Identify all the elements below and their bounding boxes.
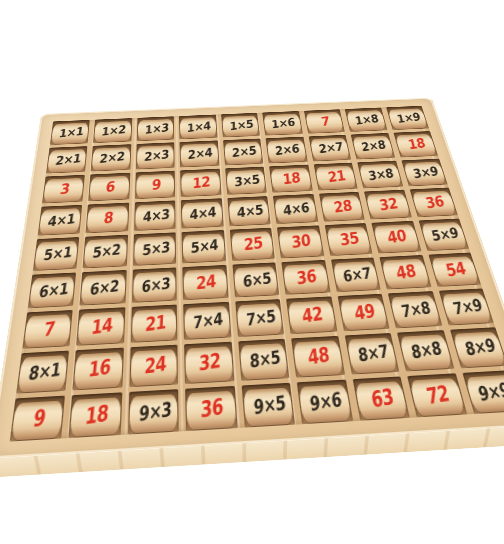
board-cell-r1c3: 1×3 (137, 116, 175, 141)
expression-label: 5×9 (421, 225, 466, 244)
board-cell-r6c5: 6×5 (232, 262, 279, 297)
roller-r1c7[interactable]: 7 (305, 112, 344, 133)
board-cell-r6c9: 54 (428, 252, 481, 287)
roller-r9c2[interactable]: 18 (70, 397, 121, 437)
board-cell-r9c4: 36 (185, 386, 237, 431)
roller-r1c3[interactable]: 1×3 (138, 119, 174, 141)
roller-r5c2[interactable]: 5×2 (84, 238, 127, 267)
expression-label: 2×6 (267, 142, 306, 158)
roller-r1c9[interactable]: 1×9 (387, 108, 428, 129)
board-rotation: 1×11×21×31×41×51×671×81×92×12×22×32×42×5… (0, 98, 504, 459)
roller-r7c4[interactable]: 7×4 (185, 306, 230, 339)
board-cell-r6c3: 6×3 (132, 267, 177, 303)
board-cell-r5c7: 35 (324, 223, 372, 255)
expression-label: 4×3 (134, 207, 175, 225)
roller-r8c3[interactable]: 24 (130, 349, 177, 386)
board-cell-r4c9: 36 (409, 188, 458, 218)
expression-label: 4×5 (228, 202, 270, 220)
result-label: 36 (412, 193, 456, 212)
expression-label: 4×1 (40, 211, 81, 230)
roller-r5c6[interactable]: 30 (279, 229, 323, 257)
roller-r7c7[interactable]: 49 (339, 298, 388, 331)
roller-r2c9[interactable]: 18 (395, 134, 437, 157)
expression-label: 3×8 (359, 166, 400, 183)
roller-r8c2[interactable]: 16 (74, 352, 122, 389)
board-cell-r7c7: 49 (337, 294, 389, 332)
roller-r5c7[interactable]: 35 (326, 227, 371, 255)
result-label: 28 (320, 197, 363, 216)
board-cell-r3c1: 3 (42, 175, 85, 204)
roller-r8c9[interactable]: 8×9 (452, 332, 504, 367)
board-cell-r1c2: 1×2 (93, 118, 132, 143)
result-label: 7 (25, 317, 71, 342)
result-label: 40 (373, 227, 418, 248)
expression-label: 1×3 (137, 122, 174, 137)
board-cell-r1c4: 1×4 (179, 115, 217, 140)
roller-r2c3[interactable]: 2×3 (137, 145, 174, 168)
expression-label: 6×1 (31, 280, 75, 302)
board-cell-r3c7: 21 (313, 162, 357, 190)
result-label: 6 (90, 178, 130, 197)
result-label: 54 (431, 259, 479, 281)
board-cell-r4c3: 4×3 (134, 200, 176, 231)
expression-label: 6×2 (82, 277, 126, 298)
result-label: 36 (283, 266, 329, 289)
board-cell-r5c5: 25 (230, 228, 275, 261)
board-cell-r4c6: 4×6 (273, 194, 318, 224)
result-label: 16 (75, 356, 123, 383)
result-label: 63 (354, 384, 407, 413)
board-cell-r6c4: 24 (183, 265, 229, 301)
board-cell-r1c9: 1×9 (386, 106, 429, 130)
roller-r2c1[interactable]: 2×1 (47, 149, 87, 172)
board-cell-r8c3: 24 (129, 345, 178, 387)
result-label: 14 (78, 314, 124, 339)
expression-label: 6×7 (333, 264, 379, 285)
expression-label: 1×9 (388, 111, 427, 126)
expression-label: 6×3 (132, 275, 177, 296)
expression-label: 8×8 (400, 339, 450, 363)
roller-r9c4[interactable]: 36 (187, 390, 236, 430)
board-cell-r2c4: 2×4 (180, 141, 219, 168)
roller-r4c7[interactable]: 28 (320, 195, 364, 221)
roller-r1c6[interactable]: 1×6 (264, 114, 302, 135)
board-cell-r9c6: 9×6 (297, 379, 353, 424)
board-cell-r3c5: 3×5 (225, 166, 267, 194)
expression-label: 9×9 (466, 379, 504, 405)
board-cell-r8c8: 8×8 (397, 330, 454, 371)
expression-label: 5×3 (133, 239, 176, 259)
board-cell-r5c6: 30 (277, 226, 324, 259)
expression-label: 2×2 (92, 150, 130, 166)
result-label: 72 (410, 381, 464, 410)
expression-label: 8×1 (20, 360, 67, 385)
roller-r1c1[interactable]: 1×1 (51, 123, 89, 145)
expression-label: 5×1 (36, 244, 78, 264)
roller-r7c2[interactable]: 14 (78, 311, 124, 345)
board-cell-r4c8: 32 (364, 190, 411, 220)
result-label: 18 (270, 170, 311, 188)
expression-label: 1×6 (263, 116, 301, 131)
board-cell-r9c8: 72 (407, 373, 466, 417)
board-cell-r3c3: 9 (135, 170, 175, 199)
board-grid: 1×11×21×31×41×51×671×81×92×12×22×32×42×5… (10, 106, 504, 442)
roller-r3c7[interactable]: 21 (315, 165, 357, 189)
result-label: 32 (184, 350, 233, 377)
board-cell-r6c1: 6×1 (28, 272, 77, 308)
expression-label: 2×5 (223, 144, 262, 160)
product-photo-scene: 1×11×21×31×41×51×671×81×92×12×22×32×42×5… (0, 0, 504, 544)
board-cell-r8c7: 8×7 (344, 333, 399, 374)
roller-r3c9[interactable]: 3×9 (403, 161, 447, 185)
expression-label: 9×3 (129, 398, 179, 425)
expression-label: 4×6 (274, 200, 316, 218)
board-cell-r6c8: 48 (379, 255, 431, 290)
expression-label: 1×8 (347, 113, 386, 128)
roller-r3c2[interactable]: 6 (90, 176, 130, 201)
roller-r8c8[interactable]: 8×8 (399, 335, 452, 370)
roller-r9c5[interactable]: 9×5 (243, 387, 294, 426)
board-cell-r2c1: 2×1 (46, 146, 88, 173)
roller-r4c2[interactable]: 8 (87, 206, 128, 233)
board-cell-r4c1: 4×1 (38, 205, 83, 236)
expression-label: 1×5 (221, 118, 259, 133)
roller-r6c9[interactable]: 54 (430, 256, 480, 286)
expression-label: 3×9 (403, 164, 445, 181)
expression-label: 9×5 (242, 392, 293, 419)
roller-r4c9[interactable]: 36 (411, 191, 457, 217)
board-cell-r4c4: 4×4 (181, 198, 223, 229)
roller-r5c5[interactable]: 25 (231, 231, 274, 259)
roller-r4c6[interactable]: 4×6 (274, 197, 316, 223)
board-cell-r5c2: 5×2 (83, 235, 128, 268)
board-cell-r8c9: 8×9 (450, 328, 504, 369)
roller-r3c1[interactable]: 3 (43, 178, 84, 203)
board-cell-r7c5: 7×5 (235, 299, 284, 337)
expression-label: 2×4 (180, 146, 219, 162)
roller-r8c4[interactable]: 32 (186, 346, 233, 382)
result-label: 8 (87, 208, 128, 228)
board-cell-r8c6: 48 (291, 336, 344, 377)
board-cell-r3c9: 3×9 (401, 158, 448, 186)
board-cell-r2c8: 2×8 (351, 133, 395, 159)
roller-r7c3[interactable]: 21 (132, 309, 177, 343)
board-cell-r1c5: 1×5 (221, 113, 260, 138)
result-label: 24 (183, 271, 228, 294)
expression-label: 2×8 (353, 139, 393, 155)
board-cell-r2c6: 2×6 (266, 137, 308, 163)
expression-label: 2×7 (310, 140, 350, 156)
result-label: 24 (130, 353, 179, 380)
board-cell-r8c1: 8×1 (16, 351, 69, 393)
board-cell-r5c9: 5×9 (418, 219, 469, 251)
board-cell-r3c2: 6 (89, 172, 131, 201)
expression-label: 7×9 (442, 296, 491, 318)
roller-r9c1[interactable]: 9 (11, 400, 64, 440)
roller-r1c5[interactable]: 1×5 (222, 115, 259, 137)
board-perspective-tilt: 1×11×21×31×41×51×671×81×92×12×22×32×42×5… (0, 106, 504, 443)
result-label: 9 (14, 404, 64, 434)
expression-label: 1×4 (179, 120, 217, 135)
board-cell-r2c5: 2×5 (223, 139, 264, 166)
board-cell-r7c2: 14 (77, 307, 126, 346)
result-label: 42 (287, 303, 335, 328)
board-cell-r5c1: 5×1 (33, 237, 80, 270)
expression-label: 5×4 (182, 237, 225, 257)
board-cell-r5c8: 40 (372, 221, 421, 253)
roller-r6c5[interactable]: 6×5 (234, 266, 279, 297)
result-label: 18 (395, 136, 436, 153)
board-cell-r9c1: 9 (10, 395, 66, 441)
roller-r7c1[interactable]: 7 (23, 314, 71, 348)
expression-label: 7×4 (184, 310, 231, 333)
roller-r5c4[interactable]: 5×4 (183, 234, 225, 263)
roller-r3c4[interactable]: 12 (181, 171, 220, 196)
expression-label: 3×5 (226, 172, 267, 189)
roller-r2c2[interactable]: 2×2 (92, 147, 130, 170)
roller-r2c6[interactable]: 2×6 (267, 140, 306, 163)
expression-label: 8×9 (453, 336, 504, 360)
expression-label: 6×5 (233, 269, 278, 290)
board-cell-r1c6: 1×6 (262, 111, 302, 136)
board-cell-r2c9: 18 (393, 131, 438, 157)
board-cell-r6c6: 36 (282, 260, 331, 295)
board-cell-r2c3: 2×3 (136, 142, 175, 169)
roller-r6c2[interactable]: 6×2 (81, 273, 125, 304)
roller-r7c5[interactable]: 7×5 (236, 303, 283, 336)
result-label: 30 (278, 232, 322, 253)
roller-r9c9[interactable]: 9×9 (464, 375, 504, 413)
result-label: 25 (230, 234, 274, 255)
roller-r4c4[interactable]: 4×4 (182, 201, 222, 228)
roller-r2c5[interactable]: 2×5 (224, 142, 262, 165)
result-label: 35 (326, 229, 371, 250)
board-cell-r1c7: 7 (304, 109, 345, 134)
roller-r7c8[interactable]: 7×8 (390, 295, 441, 328)
board-cell-r4c2: 8 (86, 203, 129, 234)
board-cell-r9c3: 9×3 (128, 389, 179, 435)
expression-label: 2×1 (48, 152, 86, 168)
roller-r3c5[interactable]: 3×5 (226, 169, 266, 194)
board-cell-r8c2: 16 (73, 348, 124, 390)
roller-r1c2[interactable]: 1×2 (94, 121, 131, 143)
roller-r6c7[interactable]: 6×7 (332, 261, 379, 291)
result-label: 12 (180, 174, 221, 192)
expression-label: 5×2 (85, 242, 128, 262)
board-cell-r9c9: 9×9 (462, 370, 504, 414)
roller-r6c8[interactable]: 48 (381, 258, 430, 288)
roller-r5c8[interactable]: 40 (373, 224, 419, 252)
expression-label: 4×4 (181, 205, 223, 223)
roller-r6c4[interactable]: 24 (184, 268, 228, 299)
board-cell-r2c7: 2×7 (308, 135, 351, 161)
expression-label: 8×5 (239, 348, 288, 373)
roller-r3c6[interactable]: 18 (271, 167, 312, 192)
roller-r8c1[interactable]: 8×1 (18, 355, 68, 392)
board-cell-r7c6: 42 (286, 296, 337, 334)
expression-label: 1×2 (95, 123, 132, 138)
board-cell-r7c3: 21 (131, 304, 178, 343)
board-cell-r5c4: 5×4 (182, 230, 226, 263)
roller-r1c4[interactable]: 1×4 (180, 117, 216, 139)
roller-r9c6[interactable]: 9×6 (299, 384, 352, 423)
result-label: 48 (293, 344, 343, 371)
roller-r2c7[interactable]: 2×7 (310, 138, 350, 161)
expression-label: 2×3 (136, 148, 175, 164)
roller-r9c7[interactable]: 63 (354, 381, 408, 420)
expression-label: 7×8 (391, 299, 439, 321)
roller-r4c8[interactable]: 32 (366, 193, 411, 219)
multiplication-board: 1×11×21×31×41×51×671×81×92×12×22×32×42×5… (0, 98, 504, 459)
result-label: 7 (305, 114, 344, 130)
result-label: 3 (44, 180, 83, 199)
board-cell-r8c4: 32 (184, 342, 234, 384)
board-cell-r9c7: 63 (352, 376, 410, 421)
roller-r9c3[interactable]: 9×3 (129, 394, 178, 434)
board-cell-r6c2: 6×2 (80, 270, 127, 306)
roller-r4c5[interactable]: 4×5 (228, 199, 269, 225)
result-label: 36 (185, 394, 236, 423)
roller-r3c3[interactable]: 9 (136, 174, 175, 199)
board-cell-r1c1: 1×1 (50, 120, 90, 145)
board-cell-r3c4: 12 (180, 168, 221, 197)
result-label: 48 (382, 261, 429, 283)
roller-r7c6[interactable]: 42 (288, 300, 336, 333)
board-cell-r8c5: 8×5 (238, 339, 289, 380)
board-cell-r9c5: 9×5 (241, 382, 295, 427)
roller-r9c8[interactable]: 72 (409, 378, 465, 417)
board-cell-r2c2: 2×2 (91, 144, 131, 171)
expression-label: 7×5 (236, 307, 283, 330)
board-cell-r9c2: 18 (69, 392, 122, 438)
result-label: 21 (131, 312, 178, 337)
roller-r2c8[interactable]: 2×8 (352, 136, 393, 159)
result-label: 49 (339, 301, 388, 325)
board-cell-r4c7: 28 (319, 192, 365, 222)
roller-r2c4[interactable]: 2×4 (181, 143, 219, 166)
board-cell-r4c5: 4×5 (227, 196, 271, 226)
roller-r3c8[interactable]: 3×8 (359, 163, 402, 187)
board-cell-r7c9: 7×9 (438, 288, 494, 325)
roller-r5c9[interactable]: 5×9 (420, 222, 468, 250)
expression-label: 1×1 (52, 125, 89, 140)
roller-r8c5[interactable]: 8×5 (240, 343, 289, 379)
result-label: 18 (71, 400, 121, 430)
result-label: 9 (135, 176, 175, 194)
board-cell-r6c7: 6×7 (331, 257, 381, 292)
roller-r5c1[interactable]: 5×1 (34, 241, 78, 270)
roller-r4c1[interactable]: 4×1 (39, 208, 82, 235)
board-cell-r5c3: 5×3 (133, 233, 177, 266)
expression-label: 8×7 (347, 342, 397, 366)
roller-r8c7[interactable]: 8×7 (346, 338, 398, 374)
board-cell-r7c4: 7×4 (184, 302, 232, 340)
roller-r1c8[interactable]: 1×8 (346, 110, 386, 131)
board-cell-r7c8: 7×8 (388, 291, 442, 329)
roller-r5c3[interactable]: 5×3 (134, 236, 175, 265)
board-cell-r3c6: 18 (269, 164, 312, 192)
board-cell-r1c8: 1×8 (345, 108, 387, 132)
board-cell-r7c1: 7 (22, 310, 73, 349)
expression-label: 9×6 (299, 389, 351, 416)
result-label: 21 (315, 168, 357, 186)
roller-r7c9[interactable]: 7×9 (441, 292, 493, 325)
roller-r6c6[interactable]: 36 (283, 263, 329, 294)
roller-r8c6[interactable]: 48 (293, 340, 343, 376)
result-label: 32 (366, 195, 410, 214)
board-cell-r3c8: 3×8 (357, 160, 403, 188)
roller-r6c3[interactable]: 6×3 (133, 271, 176, 302)
roller-r4c3[interactable]: 4×3 (135, 204, 175, 231)
roller-r6c1[interactable]: 6×1 (29, 276, 75, 307)
